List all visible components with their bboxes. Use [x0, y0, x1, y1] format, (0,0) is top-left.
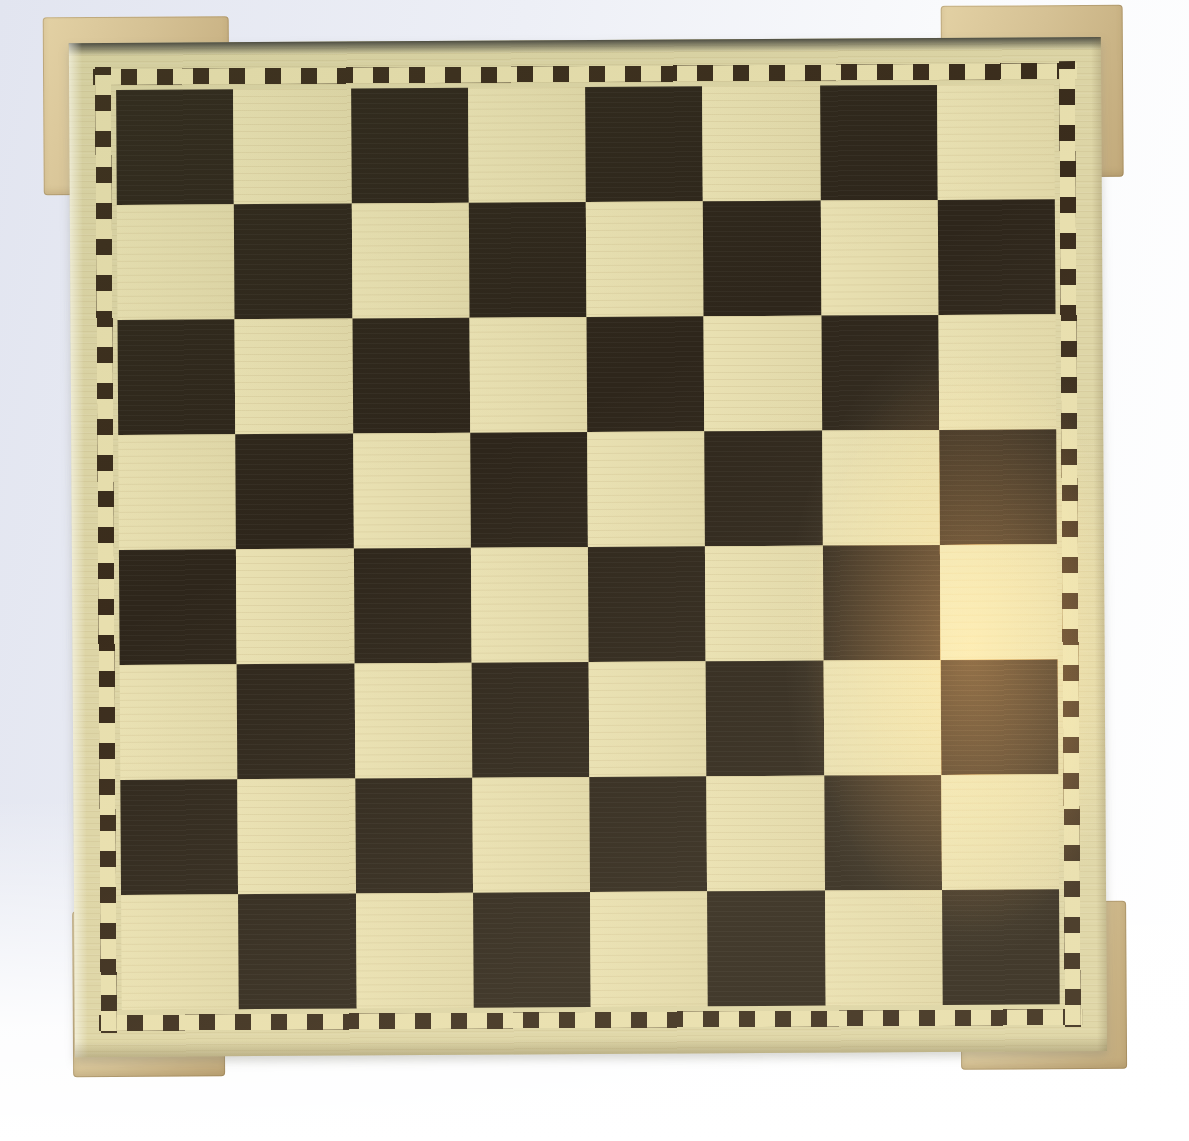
- square-r7c1: [120, 779, 238, 895]
- square-r2c7: [820, 200, 938, 316]
- square-r5c3: [353, 548, 471, 664]
- square-r3c7: [821, 315, 939, 431]
- ribbon-border-top: [93, 61, 1077, 87]
- ribbon-border-bottom: [99, 1007, 1083, 1033]
- square-r8c1: [121, 894, 239, 1010]
- square-r7c6: [707, 776, 825, 892]
- square-r1c8: [937, 84, 1055, 200]
- chess-board: [69, 37, 1107, 1057]
- square-r1c5: [585, 86, 703, 202]
- square-r6c5: [589, 661, 707, 777]
- square-r3c8: [938, 314, 1056, 430]
- board-grid: [116, 84, 1060, 1010]
- board-bottom-edge-shade: [75, 1035, 1107, 1057]
- ribbon-border-left: [93, 67, 119, 1033]
- square-r8c7: [825, 890, 943, 1006]
- square-r5c4: [471, 547, 589, 663]
- square-r1c6: [702, 86, 820, 202]
- square-r5c6: [705, 546, 823, 662]
- board-right-edge-shade: [1091, 37, 1107, 1051]
- square-r8c8: [942, 889, 1060, 1005]
- square-r5c1: [119, 549, 237, 665]
- square-r2c6: [703, 201, 821, 317]
- square-r3c6: [704, 316, 822, 432]
- square-r6c7: [823, 660, 941, 776]
- square-r1c7: [820, 85, 938, 201]
- square-r4c1: [118, 434, 236, 550]
- square-r1c4: [468, 87, 586, 203]
- square-r7c2: [238, 778, 356, 894]
- square-r4c2: [235, 433, 353, 549]
- square-r4c3: [353, 433, 471, 549]
- square-r6c8: [940, 659, 1058, 775]
- square-r3c2: [235, 318, 353, 434]
- square-r3c5: [587, 316, 705, 432]
- square-r4c4: [470, 432, 588, 548]
- square-r1c3: [351, 88, 469, 204]
- square-r7c7: [824, 775, 942, 891]
- square-r6c4: [471, 662, 589, 778]
- square-r2c3: [351, 203, 469, 319]
- photo-background: [0, 0, 1189, 1141]
- square-r4c8: [939, 429, 1057, 545]
- square-r7c3: [355, 778, 473, 894]
- square-r8c6: [707, 891, 825, 1007]
- square-r5c5: [588, 546, 706, 662]
- square-r7c4: [472, 777, 590, 893]
- square-r5c2: [236, 548, 354, 664]
- square-r7c8: [941, 774, 1059, 890]
- board-left-edge-highlight: [69, 43, 88, 1057]
- square-r3c3: [352, 318, 470, 434]
- square-r8c4: [473, 892, 591, 1008]
- square-r6c6: [706, 661, 824, 777]
- square-r6c2: [237, 663, 355, 779]
- square-r4c5: [587, 431, 705, 547]
- square-r2c2: [234, 203, 352, 319]
- square-r1c2: [233, 88, 351, 204]
- square-r6c1: [120, 664, 238, 780]
- square-r2c1: [117, 204, 235, 320]
- square-r4c6: [704, 431, 822, 547]
- scene: [0, 0, 1189, 1141]
- square-r8c5: [590, 891, 708, 1007]
- ribbon-border-right: [1057, 61, 1083, 1027]
- square-r5c8: [940, 544, 1058, 660]
- square-r2c8: [938, 199, 1056, 315]
- square-r5c7: [822, 545, 940, 661]
- square-r8c2: [238, 893, 356, 1009]
- square-r8c3: [356, 893, 474, 1009]
- square-r6c3: [354, 663, 472, 779]
- square-r7c5: [589, 776, 707, 892]
- square-r3c4: [469, 317, 587, 433]
- square-r4c7: [822, 430, 940, 546]
- square-r3c1: [118, 319, 236, 435]
- square-r1c1: [116, 89, 234, 205]
- square-r2c4: [469, 202, 587, 318]
- square-r2c5: [586, 201, 704, 317]
